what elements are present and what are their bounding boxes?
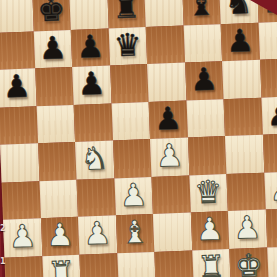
square-c8[interactable] (69, 0, 108, 29)
piece-white-king[interactable]: ♚ (234, 250, 263, 277)
rank-label-2: 2 (0, 225, 6, 233)
square-d3[interactable]: ♟ (114, 176, 153, 215)
square-f1[interactable]: ♜ (192, 249, 231, 277)
square-b5[interactable] (36, 104, 75, 143)
square-b6[interactable] (35, 67, 74, 106)
square-e1[interactable] (154, 250, 193, 277)
square-a4[interactable] (0, 143, 39, 182)
piece-white-pawn[interactable]: ♟ (8, 221, 37, 253)
square-g5[interactable] (224, 97, 263, 136)
piece-white-rook[interactable]: ♜ (197, 251, 226, 277)
piece-black-knight[interactable]: ♞ (224, 0, 253, 19)
square-g1[interactable]: ♚ (229, 247, 268, 277)
square-a7[interactable] (0, 31, 35, 70)
square-a1[interactable] (4, 256, 43, 277)
piece-black-pawn[interactable]: ♟ (153, 103, 182, 135)
square-h7[interactable] (258, 21, 277, 60)
square-e6[interactable] (147, 63, 186, 102)
square-h6[interactable] (260, 58, 277, 97)
square-c3[interactable] (76, 178, 115, 217)
piece-white-pawn[interactable]: ♟ (155, 140, 184, 172)
square-d8[interactable]: ♜ (107, 0, 146, 28)
piece-black-pawn[interactable]: ♟ (76, 30, 105, 62)
square-f6[interactable]: ♟ (185, 61, 224, 100)
square-b1[interactable]: ♜ (42, 254, 81, 277)
square-g2[interactable]: ♟ (228, 210, 267, 249)
square-d1[interactable] (117, 251, 156, 277)
square-e2[interactable] (153, 213, 192, 252)
square-d5[interactable] (111, 102, 150, 141)
square-e7[interactable] (146, 25, 185, 64)
square-c1[interactable] (79, 253, 118, 277)
square-h1[interactable] (267, 246, 277, 277)
square-g7[interactable]: ♟ (221, 22, 260, 61)
square-g3[interactable] (226, 172, 265, 211)
square-h2[interactable] (265, 208, 277, 247)
square-h5[interactable]: ♟ (261, 96, 277, 135)
square-g8[interactable]: ♞ (219, 0, 258, 24)
piece-white-pawn[interactable]: ♟ (195, 214, 224, 246)
square-f3[interactable]: ♛ (189, 174, 228, 213)
square-b7[interactable]: ♟ (33, 29, 72, 68)
square-a6[interactable]: ♟ (0, 68, 36, 107)
square-a5[interactable] (0, 106, 38, 145)
piece-white-rook[interactable]: ♜ (47, 257, 76, 277)
square-c5[interactable] (74, 103, 113, 142)
square-b3[interactable] (39, 179, 78, 218)
square-c6[interactable]: ♟ (72, 65, 111, 104)
square-f4[interactable] (187, 136, 226, 175)
piece-white-bishop[interactable]: ♝ (120, 216, 149, 248)
square-b8[interactable]: ♚ (32, 0, 71, 31)
board: ♚♜♝♞♜♟♟♛♟♟♟♟♟♟♞♟♟♛♟♟♟♟♝♟♟♜♜♚ (0, 0, 277, 277)
piece-white-pawn[interactable]: ♟ (83, 218, 112, 250)
piece-black-rook[interactable]: ♜ (112, 0, 141, 24)
square-h3[interactable]: ♟ (264, 171, 277, 210)
piece-white-pawn[interactable]: ♟ (119, 179, 148, 211)
piece-white-pawn[interactable]: ♟ (45, 219, 74, 251)
chess-board-photo: ♚♜♝♞♜♟♟♛♟♟♟♟♟♟♞♟♟♛♟♟♟♟♝♟♟♜♜♚ 2 1 (0, 0, 277, 277)
piece-black-pawn[interactable]: ♟ (226, 25, 255, 57)
square-d4[interactable] (113, 139, 152, 178)
piece-white-pawn[interactable]: ♟ (233, 212, 262, 244)
piece-black-queen[interactable]: ♛ (113, 29, 142, 61)
square-c4[interactable]: ♞ (75, 140, 114, 179)
square-g6[interactable] (222, 60, 261, 99)
square-a3[interactable] (2, 181, 41, 220)
square-e3[interactable] (151, 175, 190, 214)
piece-white-pawn[interactable]: ♟ (269, 173, 277, 205)
square-e4[interactable]: ♟ (150, 138, 189, 177)
square-b4[interactable] (38, 142, 77, 181)
square-b2[interactable]: ♟ (40, 217, 79, 256)
piece-black-pawn[interactable]: ♟ (38, 32, 67, 64)
piece-black-pawn[interactable]: ♟ (266, 98, 277, 130)
square-f5[interactable] (186, 99, 225, 138)
piece-black-pawn[interactable]: ♟ (2, 71, 31, 103)
rank-label-1: 1 (0, 258, 6, 266)
piece-black-king[interactable]: ♚ (37, 0, 66, 26)
piece-black-pawn[interactable]: ♟ (190, 64, 219, 96)
square-c7[interactable]: ♟ (71, 28, 110, 67)
square-d2[interactable]: ♝ (115, 214, 154, 253)
square-e5[interactable]: ♟ (149, 100, 188, 139)
square-f2[interactable]: ♟ (190, 211, 229, 250)
piece-black-pawn[interactable]: ♟ (77, 68, 106, 100)
piece-white-queen[interactable]: ♛ (194, 176, 223, 208)
piece-white-knight[interactable]: ♞ (80, 143, 109, 175)
square-e8[interactable] (144, 0, 183, 27)
square-d7[interactable]: ♛ (108, 27, 147, 66)
square-h4[interactable] (262, 133, 277, 172)
square-a2[interactable]: ♟ (3, 218, 42, 257)
square-a8[interactable] (0, 0, 33, 32)
piece-black-bishop[interactable]: ♝ (187, 0, 216, 21)
square-g4[interactable] (225, 135, 264, 174)
square-d6[interactable] (110, 64, 149, 103)
square-f7[interactable] (183, 24, 222, 63)
square-f8[interactable]: ♝ (182, 0, 221, 25)
square-c2[interactable]: ♟ (78, 215, 117, 254)
